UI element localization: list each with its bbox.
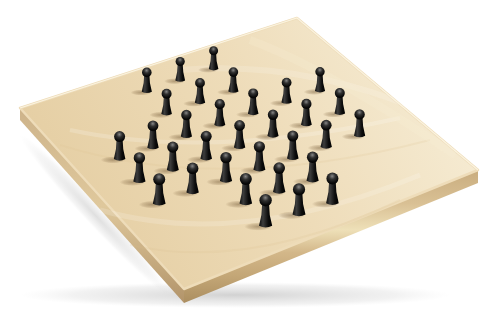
peg-head: [259, 194, 271, 206]
peg-head: [153, 173, 165, 185]
peg-head: [134, 152, 145, 163]
peg-head: [335, 88, 345, 98]
peg-head: [354, 109, 364, 119]
peg-head: [301, 99, 311, 109]
peg-head: [321, 120, 332, 131]
peg-head: [162, 89, 172, 99]
peg-head: [273, 162, 285, 174]
product-photo: [0, 0, 500, 312]
peg-head: [215, 99, 225, 109]
peg-head: [293, 183, 305, 195]
peg-head: [240, 173, 252, 185]
peg-head: [201, 131, 212, 142]
peg-head: [287, 131, 298, 142]
peg-head: [268, 110, 278, 120]
peg-head: [234, 120, 245, 131]
peg-head: [167, 142, 178, 153]
peg-solitaire-photo: [0, 0, 500, 312]
peg-head: [229, 67, 239, 77]
peg-head: [307, 152, 318, 163]
peg-head: [282, 78, 292, 88]
peg-head: [114, 131, 125, 142]
peg-head: [195, 78, 205, 88]
peg-head: [176, 57, 185, 66]
peg-head: [148, 120, 159, 131]
peg-head: [142, 68, 152, 78]
peg-head: [187, 163, 199, 175]
peg-head: [248, 88, 258, 98]
peg-head: [315, 67, 324, 76]
peg-head: [326, 173, 338, 185]
peg-head: [220, 152, 231, 163]
floor-shadow: [20, 282, 450, 308]
peg-head: [181, 110, 191, 120]
peg-head: [254, 141, 265, 152]
peg-head: [209, 46, 218, 55]
